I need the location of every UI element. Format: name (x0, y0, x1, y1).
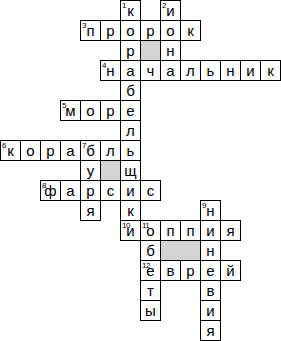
cell-letter: й (221, 261, 240, 280)
cell-letter: р (141, 21, 160, 40)
crossword-grid: 1к2и3пророкрн4начальникб5морел6кора7бльу… (0, 0, 281, 341)
cell-letter: е (121, 101, 140, 120)
letter-cell-r9c3[interactable]: а (60, 180, 81, 201)
letter-cell-r15c10[interactable]: и (200, 300, 221, 321)
cell-letter: к (121, 1, 140, 20)
letter-cell-r15c7[interactable]: ы (140, 300, 161, 321)
blocked-cell (160, 240, 201, 261)
cell-letter: р (181, 261, 200, 280)
letter-cell-r9c6[interactable]: и (120, 180, 141, 201)
cell-letter: н (101, 61, 120, 80)
cell-letter: к (181, 21, 200, 40)
cell-letter: о (81, 101, 100, 120)
cell-letter: я (81, 201, 100, 220)
letter-cell-r1c9[interactable]: к (180, 20, 201, 41)
letter-cell-r8c4[interactable]: у (80, 160, 101, 181)
letter-cell-r3c11[interactable]: н (220, 60, 241, 81)
cell-letter: е (201, 261, 220, 280)
cell-letter: о (21, 141, 40, 160)
cell-letter: а (121, 61, 140, 80)
cell-letter: с (141, 181, 160, 200)
cell-letter: п (161, 221, 180, 240)
letter-cell-r1c4[interactable]: 3п (80, 20, 101, 41)
letter-cell-r5c6[interactable]: е (120, 100, 141, 121)
letter-cell-r13c8[interactable]: в (160, 260, 181, 281)
letter-cell-r12c7[interactable]: б (140, 240, 161, 261)
cell-letter: р (101, 21, 120, 40)
letter-cell-r1c7[interactable]: р (140, 20, 161, 41)
letter-cell-r9c7[interactable]: с (140, 180, 161, 201)
cell-letter: л (101, 141, 120, 160)
cell-letter: к (261, 61, 280, 80)
letter-cell-r10c4[interactable]: я (80, 200, 101, 221)
letter-cell-r7c5[interactable]: л (100, 140, 121, 161)
letter-cell-r1c8[interactable]: о (160, 20, 181, 41)
cell-letter: щ (121, 161, 140, 180)
cell-letter: т (141, 281, 160, 300)
letter-cell-r5c3[interactable]: 5м (60, 100, 81, 121)
letter-cell-r9c5[interactable]: с (100, 180, 121, 201)
letter-cell-r12c10[interactable]: н (200, 240, 221, 261)
letter-cell-r3c5[interactable]: 4н (100, 60, 121, 81)
letter-cell-r16c10[interactable]: я (200, 320, 221, 341)
cell-letter: ф (41, 181, 60, 200)
cell-letter: к (121, 201, 140, 220)
cell-letter: н (221, 61, 240, 80)
cell-letter: и (161, 1, 180, 20)
letter-cell-r3c6[interactable]: а (120, 60, 141, 81)
cell-letter: п (181, 221, 200, 240)
cell-letter: п (81, 21, 100, 40)
letter-cell-r4c6[interactable]: б (120, 80, 141, 101)
letter-cell-r2c6[interactable]: р (120, 40, 141, 61)
cell-letter: р (101, 101, 120, 120)
cell-letter: н (201, 201, 220, 220)
letter-cell-r11c7[interactable]: 11о (140, 220, 161, 241)
letter-cell-r8c6[interactable]: щ (120, 160, 141, 181)
cell-letter: и (201, 301, 220, 320)
letter-cell-r9c2[interactable]: 8ф (40, 180, 61, 201)
cell-letter: в (201, 281, 220, 300)
letter-cell-r1c5[interactable]: р (100, 20, 121, 41)
cell-letter: л (181, 61, 200, 80)
letter-cell-r7c3[interactable]: а (60, 140, 81, 161)
blocked-cell (100, 160, 121, 181)
cell-letter: в (161, 261, 180, 280)
letter-cell-r7c0[interactable]: 6к (0, 140, 21, 161)
cell-letter: а (161, 61, 180, 80)
cell-letter: н (161, 41, 180, 60)
cell-letter: а (61, 141, 80, 160)
letter-cell-r0c6[interactable]: 1к (120, 0, 141, 21)
cell-letter: б (81, 141, 100, 160)
cell-letter: и (241, 61, 260, 80)
letter-cell-r6c6[interactable]: л (120, 120, 141, 141)
cell-letter: и (201, 221, 220, 240)
letter-cell-r11c10[interactable]: и (200, 220, 221, 241)
cell-letter: о (121, 21, 140, 40)
letter-cell-r7c6[interactable]: ь (120, 140, 141, 161)
letter-cell-r3c9[interactable]: л (180, 60, 201, 81)
letter-cell-r3c13[interactable]: к (260, 60, 281, 81)
letter-cell-r14c7[interactable]: т (140, 280, 161, 301)
cell-letter: б (141, 241, 160, 260)
cell-letter: р (81, 181, 100, 200)
cell-letter: ь (121, 141, 140, 160)
cell-letter: н (201, 241, 220, 260)
letter-cell-r7c4[interactable]: 7б (80, 140, 101, 161)
letter-cell-r9c4[interactable]: р (80, 180, 101, 201)
blocked-cell (140, 40, 161, 61)
letter-cell-r0c8[interactable]: 2и (160, 0, 181, 21)
cell-letter: а (61, 181, 80, 200)
letter-cell-r13c10[interactable]: е (200, 260, 221, 281)
cell-letter: р (41, 141, 60, 160)
letter-cell-r14c10[interactable]: в (200, 280, 221, 301)
cell-letter: о (161, 21, 180, 40)
letter-cell-r10c10[interactable]: 9н (200, 200, 221, 221)
letter-cell-r5c4[interactable]: о (80, 100, 101, 121)
cell-letter: я (201, 321, 220, 340)
letter-cell-r13c7[interactable]: 12е (140, 260, 161, 281)
letter-cell-r7c1[interactable]: о (20, 140, 41, 161)
cell-letter: у (81, 161, 100, 180)
cell-letter: б (121, 81, 140, 100)
cell-letter: р (121, 41, 140, 60)
letter-cell-r3c12[interactable]: и (240, 60, 261, 81)
cell-letter: м (61, 101, 80, 120)
letter-cell-r11c6[interactable]: 10и (120, 220, 141, 241)
letter-cell-r13c9[interactable]: р (180, 260, 201, 281)
letter-cell-r3c7[interactable]: ч (140, 60, 161, 81)
cell-letter: ь (201, 61, 220, 80)
letter-cell-r7c2[interactable]: р (40, 140, 61, 161)
letter-cell-r2c8[interactable]: н (160, 40, 181, 61)
cell-letter: е (141, 261, 160, 280)
cell-letter: ы (141, 301, 160, 320)
cell-letter: и (121, 221, 140, 240)
letter-cell-r11c9[interactable]: п (180, 220, 201, 241)
letter-cell-r11c8[interactable]: п (160, 220, 181, 241)
letter-cell-r3c8[interactable]: а (160, 60, 181, 81)
letter-cell-r3c10[interactable]: ь (200, 60, 221, 81)
cell-letter: с (101, 181, 120, 200)
letter-cell-r5c5[interactable]: р (100, 100, 121, 121)
cell-letter: о (141, 221, 160, 240)
cell-letter: ч (141, 61, 160, 80)
cell-letter: к (1, 141, 20, 160)
letter-cell-r1c6[interactable]: о (120, 20, 141, 41)
letter-cell-r11c11[interactable]: я (220, 220, 241, 241)
cell-letter: и (121, 181, 140, 200)
letter-cell-r13c11[interactable]: й (220, 260, 241, 281)
letter-cell-r10c6[interactable]: к (120, 200, 141, 221)
cell-letter: я (221, 221, 240, 240)
cell-letter: л (121, 121, 140, 140)
